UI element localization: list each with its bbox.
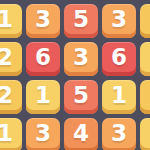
tile-3[interactable]: 3 xyxy=(26,4,60,38)
tile-2[interactable]: 2 xyxy=(140,4,150,38)
tile-1[interactable]: 1 xyxy=(140,118,150,150)
tile-1[interactable]: 1 xyxy=(26,80,60,114)
tile-6[interactable]: 6 xyxy=(26,42,60,76)
tile-5[interactable]: 5 xyxy=(64,80,98,114)
game-board: 13532263612151213431 xyxy=(0,4,150,150)
tile-2[interactable]: 2 xyxy=(140,80,150,114)
tile-6[interactable]: 6 xyxy=(102,42,136,76)
game-screen: 13532263612151213431 xyxy=(0,0,150,150)
tile-1[interactable]: 1 xyxy=(102,80,136,114)
tile-2[interactable]: 2 xyxy=(0,42,22,76)
tile-3[interactable]: 3 xyxy=(102,118,136,150)
tile-3[interactable]: 3 xyxy=(64,42,98,76)
tile-1[interactable]: 1 xyxy=(0,4,22,38)
tile-1[interactable]: 1 xyxy=(140,42,150,76)
tile-3[interactable]: 3 xyxy=(102,4,136,38)
tile-3[interactable]: 3 xyxy=(26,118,60,150)
tile-5[interactable]: 5 xyxy=(64,4,98,38)
tile-4[interactable]: 4 xyxy=(64,118,98,150)
tile-2[interactable]: 2 xyxy=(0,80,22,114)
tile-1[interactable]: 1 xyxy=(0,118,22,150)
